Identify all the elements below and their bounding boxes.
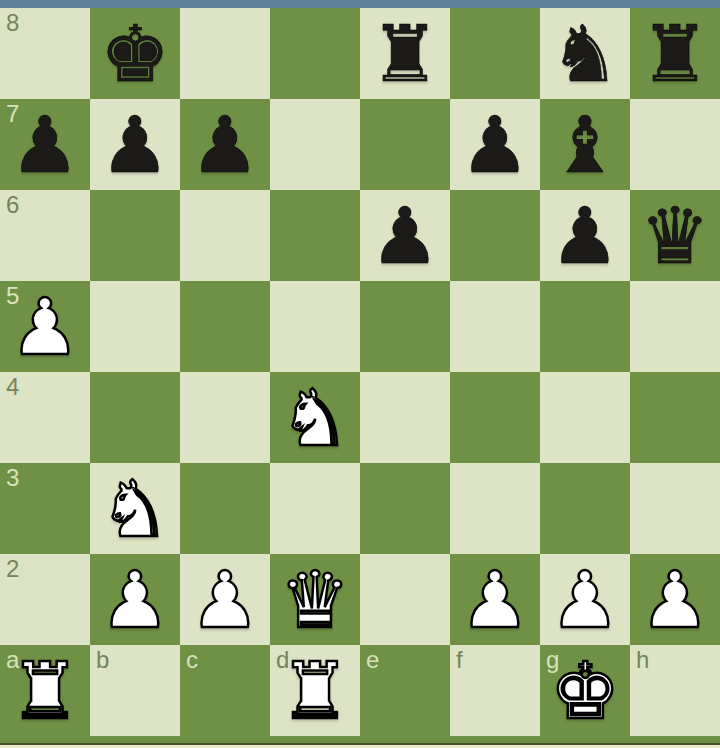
rank-label-2: 2 [6, 555, 19, 583]
square-f1[interactable]: f [450, 645, 540, 736]
white-pawn-piece[interactable]: ♟ [190, 555, 260, 645]
square-c7[interactable]: ♟ [180, 99, 270, 190]
file-label-f: f [456, 646, 463, 674]
white-knight-piece[interactable]: ♞ [100, 464, 170, 554]
white-pawn-piece[interactable]: ♟ [100, 555, 170, 645]
square-e5[interactable] [360, 281, 450, 372]
file-label-e: e [366, 646, 379, 674]
file-label-b: b [96, 646, 109, 674]
rank-label-3: 3 [6, 464, 19, 492]
square-h8[interactable]: ♜ [630, 8, 720, 99]
square-g7[interactable]: ♝ [540, 99, 630, 190]
black-pawn-piece[interactable]: ♟ [10, 100, 80, 190]
square-e4[interactable] [360, 372, 450, 463]
rank-label-8: 8 [6, 9, 19, 37]
square-c3[interactable] [180, 463, 270, 554]
square-f7[interactable]: ♟ [450, 99, 540, 190]
white-pawn-piece[interactable]: ♟ [10, 282, 80, 372]
square-f8[interactable] [450, 8, 540, 99]
black-pawn-piece[interactable]: ♟ [190, 100, 260, 190]
rank-label-4: 4 [6, 373, 19, 401]
square-c4[interactable] [180, 372, 270, 463]
square-b7[interactable]: ♟ [90, 99, 180, 190]
square-b1[interactable]: b [90, 645, 180, 736]
black-king-piece[interactable]: ♚ [100, 9, 170, 99]
square-a5[interactable]: 5♟ [0, 281, 90, 372]
square-e8[interactable]: ♜ [360, 8, 450, 99]
top-status-bar [0, 0, 720, 8]
square-e1[interactable]: e [360, 645, 450, 736]
square-g3[interactable] [540, 463, 630, 554]
square-a8[interactable]: 8 [0, 8, 90, 99]
square-h7[interactable] [630, 99, 720, 190]
square-a1[interactable]: a♜ [0, 645, 90, 736]
square-a4[interactable]: 4 [0, 372, 90, 463]
square-h2[interactable]: ♟ [630, 554, 720, 645]
black-pawn-piece[interactable]: ♟ [550, 191, 620, 281]
chess-app-screen: 8♚♜♞♜7♟♟♟♟♝6♟♟♛5♟4♞3♞2♟♟♛♟♟♟a♜bcd♜efg♚h [0, 0, 720, 748]
square-a2[interactable]: 2 [0, 554, 90, 645]
square-h4[interactable] [630, 372, 720, 463]
white-rook-piece[interactable]: ♜ [280, 646, 350, 736]
white-rook-piece[interactable]: ♜ [10, 646, 80, 736]
black-bishop-piece[interactable]: ♝ [550, 100, 620, 190]
white-pawn-piece[interactable]: ♟ [550, 555, 620, 645]
square-g1[interactable]: g♚ [540, 645, 630, 736]
square-d8[interactable] [270, 8, 360, 99]
black-rook-piece[interactable]: ♜ [370, 9, 440, 99]
square-b4[interactable] [90, 372, 180, 463]
square-c6[interactable] [180, 190, 270, 281]
square-c8[interactable] [180, 8, 270, 99]
square-f4[interactable] [450, 372, 540, 463]
square-d2[interactable]: ♛ [270, 554, 360, 645]
square-g2[interactable]: ♟ [540, 554, 630, 645]
square-d4[interactable]: ♞ [270, 372, 360, 463]
square-h1[interactable]: h [630, 645, 720, 736]
board-bottom-margin [0, 736, 720, 743]
square-d7[interactable] [270, 99, 360, 190]
square-b2[interactable]: ♟ [90, 554, 180, 645]
square-h5[interactable] [630, 281, 720, 372]
square-a3[interactable]: 3 [0, 463, 90, 554]
black-knight-piece[interactable]: ♞ [550, 9, 620, 99]
chess-board: 8♚♜♞♜7♟♟♟♟♝6♟♟♛5♟4♞3♞2♟♟♛♟♟♟a♜bcd♜efg♚h [0, 8, 720, 736]
white-pawn-piece[interactable]: ♟ [640, 555, 710, 645]
square-a7[interactable]: 7♟ [0, 99, 90, 190]
square-f6[interactable] [450, 190, 540, 281]
square-a6[interactable]: 6 [0, 190, 90, 281]
square-e6[interactable]: ♟ [360, 190, 450, 281]
rank-label-6: 6 [6, 191, 19, 219]
white-king-piece[interactable]: ♚ [550, 646, 620, 736]
white-pawn-piece[interactable]: ♟ [460, 555, 530, 645]
square-h3[interactable] [630, 463, 720, 554]
square-g8[interactable]: ♞ [540, 8, 630, 99]
square-c1[interactable]: c [180, 645, 270, 736]
square-c5[interactable] [180, 281, 270, 372]
file-label-c: c [186, 646, 198, 674]
file-label-h: h [636, 646, 649, 674]
square-e3[interactable] [360, 463, 450, 554]
square-f5[interactable] [450, 281, 540, 372]
square-b8[interactable]: ♚ [90, 8, 180, 99]
square-b6[interactable] [90, 190, 180, 281]
square-b5[interactable] [90, 281, 180, 372]
black-rook-piece[interactable]: ♜ [640, 9, 710, 99]
square-d6[interactable] [270, 190, 360, 281]
square-e2[interactable] [360, 554, 450, 645]
black-pawn-piece[interactable]: ♟ [460, 100, 530, 190]
square-g5[interactable] [540, 281, 630, 372]
white-knight-piece[interactable]: ♞ [280, 373, 350, 463]
square-g6[interactable]: ♟ [540, 190, 630, 281]
black-queen-piece[interactable]: ♛ [640, 191, 710, 281]
square-h6[interactable]: ♛ [630, 190, 720, 281]
square-g4[interactable] [540, 372, 630, 463]
square-d1[interactable]: d♜ [270, 645, 360, 736]
square-c2[interactable]: ♟ [180, 554, 270, 645]
square-f2[interactable]: ♟ [450, 554, 540, 645]
black-pawn-piece[interactable]: ♟ [370, 191, 440, 281]
white-queen-piece[interactable]: ♛ [280, 555, 350, 645]
square-f3[interactable] [450, 463, 540, 554]
black-pawn-piece[interactable]: ♟ [100, 100, 170, 190]
square-d5[interactable] [270, 281, 360, 372]
square-d3[interactable] [270, 463, 360, 554]
square-e7[interactable] [360, 99, 450, 190]
square-b3[interactable]: ♞ [90, 463, 180, 554]
